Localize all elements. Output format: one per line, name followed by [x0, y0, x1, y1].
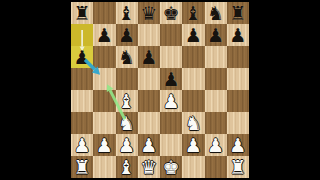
square-g3[interactable]	[205, 112, 227, 134]
chess-board: ♜♝♛♚♝♞♜♟♟♟♟♟♟♞♟♟♝♟♞♞♟♟♟♟♟♟♟♜♝♛♚♜	[71, 2, 249, 178]
square-d6[interactable]: ♟	[138, 46, 160, 68]
piece-black-pawn: ♟	[182, 24, 204, 46]
square-b1[interactable]	[93, 156, 115, 178]
piece-black-pawn: ♟	[227, 24, 249, 46]
square-h8[interactable]: ♜	[227, 2, 249, 24]
piece-white-pawn: ♟	[116, 134, 138, 156]
square-e2[interactable]	[160, 134, 182, 156]
square-c2[interactable]: ♟	[116, 134, 138, 156]
square-a4[interactable]	[71, 90, 93, 112]
square-c3[interactable]: ♞	[116, 112, 138, 134]
piece-white-pawn: ♟	[205, 134, 227, 156]
square-e6[interactable]	[160, 46, 182, 68]
piece-white-knight: ♞	[116, 112, 138, 134]
piece-white-bishop: ♝	[116, 156, 138, 178]
square-c6[interactable]: ♞	[116, 46, 138, 68]
square-h5[interactable]	[227, 68, 249, 90]
square-a5[interactable]	[71, 68, 93, 90]
square-a3[interactable]	[71, 112, 93, 134]
square-h3[interactable]	[227, 112, 249, 134]
square-g5[interactable]	[205, 68, 227, 90]
square-e1[interactable]: ♚	[160, 156, 182, 178]
square-h6[interactable]	[227, 46, 249, 68]
square-c1[interactable]: ♝	[116, 156, 138, 178]
square-a8[interactable]: ♜	[71, 2, 93, 24]
piece-black-rook: ♜	[227, 2, 249, 24]
piece-white-bishop: ♝	[116, 90, 138, 112]
piece-black-pawn: ♟	[138, 46, 160, 68]
square-h7[interactable]: ♟	[227, 24, 249, 46]
square-f6[interactable]	[182, 46, 204, 68]
piece-white-rook: ♜	[227, 156, 249, 178]
square-d1[interactable]: ♛	[138, 156, 160, 178]
square-f1[interactable]	[182, 156, 204, 178]
square-f3[interactable]: ♞	[182, 112, 204, 134]
square-f5[interactable]	[182, 68, 204, 90]
piece-black-pawn: ♟	[116, 24, 138, 46]
piece-black-bishop: ♝	[116, 2, 138, 24]
piece-white-rook: ♜	[71, 156, 93, 178]
square-c5[interactable]	[116, 68, 138, 90]
square-b6[interactable]	[93, 46, 115, 68]
piece-black-bishop: ♝	[182, 2, 204, 24]
piece-white-pawn: ♟	[138, 134, 160, 156]
square-f7[interactable]: ♟	[182, 24, 204, 46]
square-e4[interactable]: ♟	[160, 90, 182, 112]
square-g7[interactable]: ♟	[205, 24, 227, 46]
piece-white-knight: ♞	[182, 112, 204, 134]
square-g6[interactable]	[205, 46, 227, 68]
piece-white-pawn: ♟	[93, 134, 115, 156]
piece-black-pawn: ♟	[71, 46, 93, 68]
square-d2[interactable]: ♟	[138, 134, 160, 156]
square-h1[interactable]: ♜	[227, 156, 249, 178]
square-c4[interactable]: ♝	[116, 90, 138, 112]
square-b5[interactable]	[93, 68, 115, 90]
square-c8[interactable]: ♝	[116, 2, 138, 24]
square-f2[interactable]: ♟	[182, 134, 204, 156]
square-h4[interactable]	[227, 90, 249, 112]
square-g1[interactable]	[205, 156, 227, 178]
square-c7[interactable]: ♟	[116, 24, 138, 46]
square-e8[interactable]: ♚	[160, 2, 182, 24]
square-a6[interactable]: ♟	[71, 46, 93, 68]
piece-white-pawn: ♟	[160, 90, 182, 112]
square-e7[interactable]	[160, 24, 182, 46]
square-d5[interactable]	[138, 68, 160, 90]
square-b3[interactable]	[93, 112, 115, 134]
square-d7[interactable]	[138, 24, 160, 46]
video-frame: ♜♝♛♚♝♞♜♟♟♟♟♟♟♞♟♟♝♟♞♞♟♟♟♟♟♟♟♜♝♛♚♜	[0, 0, 320, 180]
square-h2[interactable]: ♟	[227, 134, 249, 156]
piece-white-pawn: ♟	[227, 134, 249, 156]
square-e5[interactable]: ♟	[160, 68, 182, 90]
square-f8[interactable]: ♝	[182, 2, 204, 24]
piece-white-pawn: ♟	[71, 134, 93, 156]
square-b7[interactable]: ♟	[93, 24, 115, 46]
square-b2[interactable]: ♟	[93, 134, 115, 156]
piece-white-queen: ♛	[138, 156, 160, 178]
square-g8[interactable]: ♞	[205, 2, 227, 24]
square-a1[interactable]: ♜	[71, 156, 93, 178]
square-d3[interactable]	[138, 112, 160, 134]
piece-black-queen: ♛	[138, 2, 160, 24]
square-a7[interactable]	[71, 24, 93, 46]
piece-white-pawn: ♟	[182, 134, 204, 156]
square-d4[interactable]	[138, 90, 160, 112]
piece-black-rook: ♜	[71, 2, 93, 24]
square-f4[interactable]	[182, 90, 204, 112]
piece-black-pawn: ♟	[93, 24, 115, 46]
square-e3[interactable]	[160, 112, 182, 134]
piece-black-pawn: ♟	[160, 68, 182, 90]
square-b8[interactable]	[93, 2, 115, 24]
piece-black-knight: ♞	[116, 46, 138, 68]
piece-white-king: ♚	[160, 156, 182, 178]
piece-black-king: ♚	[160, 2, 182, 24]
square-b4[interactable]	[93, 90, 115, 112]
piece-black-knight: ♞	[205, 2, 227, 24]
square-g4[interactable]	[205, 90, 227, 112]
square-g2[interactable]: ♟	[205, 134, 227, 156]
square-a2[interactable]: ♟	[71, 134, 93, 156]
square-d8[interactable]: ♛	[138, 2, 160, 24]
piece-black-pawn: ♟	[205, 24, 227, 46]
